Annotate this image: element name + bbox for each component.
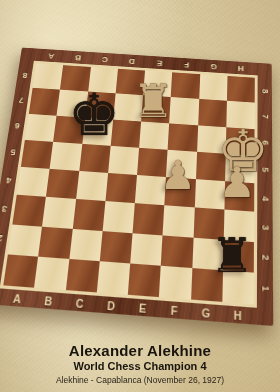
square-e3[interactable] xyxy=(133,203,165,235)
file-label-bottom-e: E xyxy=(139,301,147,314)
white-rook-e7[interactable]: ♜ xyxy=(132,78,173,124)
square-d1[interactable] xyxy=(97,261,131,295)
file-label-bottom-h: H xyxy=(234,308,242,321)
rank-label-right-2: 2 xyxy=(260,255,271,261)
rank-label-left-8: 8 xyxy=(22,71,28,80)
rank-label-left-3: 3 xyxy=(1,203,8,213)
file-label-bottom-a: A xyxy=(12,292,21,305)
square-b4[interactable] xyxy=(46,169,79,199)
square-h8[interactable] xyxy=(227,76,255,103)
square-c3[interactable] xyxy=(72,199,105,230)
square-a7[interactable] xyxy=(29,88,60,115)
file-label-top-d: D xyxy=(129,57,136,66)
square-b3[interactable] xyxy=(42,197,75,228)
rank-label-left-5: 5 xyxy=(9,148,15,158)
square-a3[interactable] xyxy=(12,195,46,226)
rank-label-right-4: 4 xyxy=(260,195,270,201)
square-f8[interactable] xyxy=(171,72,200,99)
square-e2[interactable] xyxy=(130,233,163,266)
file-label-bottom-f: F xyxy=(171,304,178,317)
square-d3[interactable] xyxy=(102,201,134,233)
file-label-top-b: B xyxy=(74,53,81,62)
champion-subtitle: World Chess Champion 4 xyxy=(0,360,280,372)
rank-label-right-8: 8 xyxy=(260,88,270,93)
square-c1[interactable] xyxy=(65,259,99,293)
file-label-bottom-c: C xyxy=(75,296,84,309)
event-line: Alekhine - Capablanca (November 26, 1927… xyxy=(0,375,280,385)
white-pawn-f4[interactable]: ♟ xyxy=(160,155,196,195)
square-f2[interactable] xyxy=(161,235,193,268)
square-a1[interactable] xyxy=(3,254,38,288)
poster: AABBCCDDEEFFGGHH1122334455667788 ♚♜♚♟♟♜ … xyxy=(0,0,280,392)
square-a5[interactable] xyxy=(21,140,53,169)
rank-label-left-6: 6 xyxy=(14,121,20,130)
file-label-bottom-g: G xyxy=(202,306,211,319)
file-label-top-f: F xyxy=(184,60,190,69)
file-label-bottom-b: B xyxy=(44,294,53,307)
square-b1[interactable] xyxy=(34,256,69,290)
square-a6[interactable] xyxy=(25,113,57,141)
rank-label-right-3: 3 xyxy=(260,224,270,230)
square-a8[interactable] xyxy=(33,63,64,89)
square-e1[interactable] xyxy=(128,263,161,297)
file-label-bottom-d: D xyxy=(107,299,116,312)
caption: Alexander Alekhine World Chess Champion … xyxy=(0,342,280,385)
file-label-top-e: E xyxy=(156,58,162,67)
rank-label-left-4: 4 xyxy=(5,175,11,185)
file-label-top-c: C xyxy=(102,55,109,64)
white-pawn-h4[interactable]: ♟ xyxy=(218,162,256,204)
rank-label-left-7: 7 xyxy=(18,95,24,104)
square-d2[interactable] xyxy=(100,231,133,264)
square-d5[interactable] xyxy=(108,146,139,175)
black-king-c6[interactable]: ♚ xyxy=(68,86,120,144)
square-a4[interactable] xyxy=(17,167,50,197)
square-f1[interactable] xyxy=(159,265,192,299)
square-f3[interactable] xyxy=(163,206,195,238)
square-f7[interactable] xyxy=(169,97,198,125)
player-title: Alexander Alekhine xyxy=(0,342,280,359)
black-rook-h1[interactable]: ♜ xyxy=(210,231,253,279)
file-label-top-h: H xyxy=(238,64,244,73)
square-d4[interactable] xyxy=(105,173,137,203)
file-label-top-g: G xyxy=(210,62,217,71)
square-a2[interactable] xyxy=(8,224,42,256)
square-c2[interactable] xyxy=(69,228,102,261)
file-label-top-a: A xyxy=(47,51,54,60)
square-b2[interactable] xyxy=(38,226,72,258)
square-c4[interactable] xyxy=(76,171,108,201)
square-g8[interactable] xyxy=(199,74,228,101)
